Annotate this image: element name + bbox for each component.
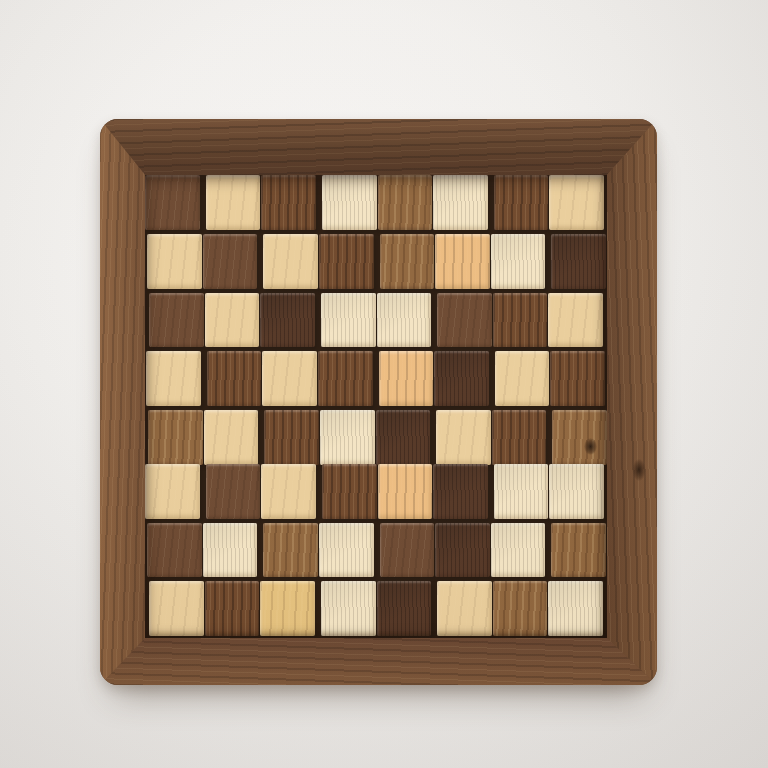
- wood-block-r5c6[interactable]: [436, 410, 491, 465]
- wood-block-r4c5[interactable]: [379, 351, 434, 406]
- wood-block-r7c5[interactable]: [380, 523, 435, 578]
- wood-block-r7c6[interactable]: [435, 523, 490, 578]
- wood-block-r1c2[interactable]: [206, 175, 261, 230]
- wood-block-r2c1[interactable]: [147, 234, 202, 289]
- wood-block-r2c7[interactable]: [491, 234, 546, 289]
- wood-block-r1c3[interactable]: [261, 175, 316, 230]
- wood-block-r8c6[interactable]: [437, 581, 492, 636]
- wood-block-r8c3[interactable]: [260, 581, 315, 636]
- wood-block-r6c1[interactable]: [145, 464, 200, 519]
- tray-frame-left-rail: [100, 119, 145, 685]
- wood-block-r8c7[interactable]: [493, 581, 548, 636]
- wood-block-r8c8[interactable]: [548, 581, 603, 636]
- tray-frame-right-rail: [607, 119, 657, 685]
- wood-block-r5c7[interactable]: [492, 410, 547, 465]
- wood-block-r1c8[interactable]: [549, 175, 604, 230]
- wood-block-r4c8[interactable]: [550, 351, 605, 406]
- wood-block-r6c8[interactable]: [549, 464, 604, 519]
- wood-block-r3c3[interactable]: [260, 293, 315, 348]
- wood-block-r3c5[interactable]: [377, 293, 432, 348]
- tray-frame-top-rail: [100, 119, 657, 175]
- wood-block-r6c3[interactable]: [261, 464, 316, 519]
- wood-block-r6c6[interactable]: [433, 464, 488, 519]
- wood-block-r4c6[interactable]: [434, 351, 489, 406]
- puzzle-tray: [100, 119, 657, 685]
- wood-block-r3c6[interactable]: [437, 293, 492, 348]
- wood-block-r3c7[interactable]: [493, 293, 548, 348]
- wood-block-r1c6[interactable]: [433, 175, 488, 230]
- wood-block-r7c8[interactable]: [551, 523, 606, 578]
- wood-block-r1c7[interactable]: [494, 175, 549, 230]
- wood-block-r2c5[interactable]: [380, 234, 435, 289]
- wood-block-r5c2[interactable]: [204, 410, 259, 465]
- tray-frame-bottom-rail: [100, 638, 657, 685]
- puzzle-board: [145, 175, 607, 638]
- wood-block-r5c4[interactable]: [320, 410, 375, 465]
- wood-block-r6c7[interactable]: [494, 464, 549, 519]
- wood-block-r6c5[interactable]: [378, 464, 433, 519]
- wood-block-r1c4[interactable]: [322, 175, 377, 230]
- wood-block-r4c3[interactable]: [262, 351, 317, 406]
- wood-block-r7c7[interactable]: [491, 523, 546, 578]
- wood-block-r3c1[interactable]: [149, 293, 204, 348]
- wood-block-r2c6[interactable]: [435, 234, 490, 289]
- wood-block-r5c1[interactable]: [148, 410, 203, 465]
- wood-block-r8c4[interactable]: [321, 581, 376, 636]
- wood-block-r3c2[interactable]: [205, 293, 260, 348]
- wood-block-r4c4[interactable]: [318, 351, 373, 406]
- wood-block-r7c3[interactable]: [263, 523, 318, 578]
- wood-block-r6c4[interactable]: [322, 464, 377, 519]
- wood-block-r8c1[interactable]: [149, 581, 204, 636]
- wood-block-r4c1[interactable]: [146, 351, 201, 406]
- wood-block-r3c8[interactable]: [548, 293, 603, 348]
- wood-block-r1c5[interactable]: [378, 175, 433, 230]
- wood-block-r4c2[interactable]: [207, 351, 262, 406]
- wood-block-r4c7[interactable]: [495, 351, 550, 406]
- wood-block-r5c3[interactable]: [264, 410, 319, 465]
- wood-block-r1c1[interactable]: [145, 175, 200, 230]
- wood-block-r7c2[interactable]: [203, 523, 258, 578]
- wood-block-r8c2[interactable]: [205, 581, 260, 636]
- wood-block-r6c2[interactable]: [206, 464, 261, 519]
- wood-block-r7c4[interactable]: [319, 523, 374, 578]
- wood-block-r2c8[interactable]: [551, 234, 606, 289]
- wood-block-r5c8[interactable]: [552, 410, 607, 465]
- wood-block-r3c4[interactable]: [321, 293, 376, 348]
- wood-block-r7c1[interactable]: [147, 523, 202, 578]
- wood-block-r2c4[interactable]: [319, 234, 374, 289]
- wood-block-r8c5[interactable]: [377, 581, 432, 636]
- wood-block-r5c5[interactable]: [376, 410, 431, 465]
- wood-block-r2c2[interactable]: [203, 234, 258, 289]
- wood-block-r2c3[interactable]: [263, 234, 318, 289]
- photo-background: [0, 0, 768, 768]
